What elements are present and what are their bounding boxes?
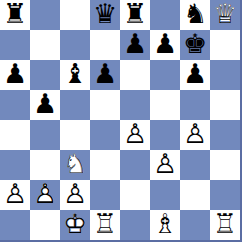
white-queen: ♛♕ [210, 0, 240, 30]
piece-glyph: ♞ [180, 0, 210, 29]
square-b7[interactable] [30, 30, 60, 60]
square-c8[interactable] [60, 0, 90, 30]
square-c7[interactable] [60, 30, 90, 60]
square-b3[interactable] [30, 150, 60, 180]
white-pawn: ♟♙ [60, 180, 90, 210]
piece-outline-layer: ♔ [60, 209, 90, 239]
square-e4[interactable]: ♟♙ [120, 120, 150, 150]
piece-outline-layer: ♗ [150, 209, 180, 239]
square-b5[interactable]: ♟ [30, 90, 60, 120]
square-g7[interactable]: ♚ [180, 30, 210, 60]
piece-glyph: ♜ [0, 0, 30, 29]
square-d2[interactable] [90, 180, 120, 210]
square-f2[interactable] [150, 180, 180, 210]
white-rook: ♜♖ [90, 210, 120, 240]
black-pawn: ♟ [0, 60, 30, 90]
square-a2[interactable]: ♟♙ [0, 180, 30, 210]
square-e1[interactable] [120, 210, 150, 240]
black-bishop: ♝ [60, 60, 90, 90]
square-f5[interactable] [150, 90, 180, 120]
square-e5[interactable] [120, 90, 150, 120]
square-f8[interactable] [150, 0, 180, 30]
piece-outline-layer: ♙ [30, 179, 60, 209]
white-bishop: ♝♗ [150, 210, 180, 240]
square-c2[interactable]: ♟♙ [60, 180, 90, 210]
square-g5[interactable] [180, 90, 210, 120]
square-f1[interactable]: ♝♗ [150, 210, 180, 240]
square-d1[interactable]: ♜♖ [90, 210, 120, 240]
square-g1[interactable] [180, 210, 210, 240]
black-pawn: ♟ [120, 30, 150, 60]
square-d8[interactable]: ♛ [90, 0, 120, 30]
square-b2[interactable]: ♟♙ [30, 180, 60, 210]
piece-glyph: ♜ [120, 0, 150, 29]
white-knight: ♞♘ [60, 150, 90, 180]
square-a8[interactable]: ♜ [0, 0, 30, 30]
square-b6[interactable] [30, 60, 60, 90]
square-g6[interactable]: ♟ [180, 60, 210, 90]
square-f7[interactable]: ♟ [150, 30, 180, 60]
piece-glyph: ♟ [180, 59, 210, 89]
white-pawn: ♟♙ [150, 150, 180, 180]
piece-glyph: ♝ [60, 59, 90, 89]
black-queen: ♛ [90, 0, 120, 30]
square-c4[interactable] [60, 120, 90, 150]
square-c5[interactable] [60, 90, 90, 120]
black-king: ♚ [180, 30, 210, 60]
square-g3[interactable] [180, 150, 210, 180]
square-c1[interactable]: ♚♔ [60, 210, 90, 240]
chess-board: ♜♛♜♞♛♕♟♟♚♟♝♟♟♟♟♙♟♙♞♘♟♙♟♙♟♙♟♙♚♔♜♖♝♗♜♖ [0, 0, 242, 242]
white-pawn: ♟♙ [180, 120, 210, 150]
black-rook: ♜ [120, 0, 150, 30]
square-h5[interactable] [210, 90, 240, 120]
square-e8[interactable]: ♜ [120, 0, 150, 30]
square-h3[interactable] [210, 150, 240, 180]
piece-outline-layer: ♙ [0, 179, 30, 209]
piece-outline-layer: ♘ [60, 149, 90, 179]
square-e6[interactable] [120, 60, 150, 90]
piece-outline-layer: ♖ [210, 209, 240, 239]
square-h4[interactable] [210, 120, 240, 150]
square-a3[interactable] [0, 150, 30, 180]
piece-outline-layer: ♙ [180, 119, 210, 149]
square-b8[interactable] [30, 0, 60, 30]
white-pawn: ♟♙ [30, 180, 60, 210]
square-h1[interactable]: ♜♖ [210, 210, 240, 240]
square-e7[interactable]: ♟ [120, 30, 150, 60]
square-d5[interactable] [90, 90, 120, 120]
piece-glyph: ♛ [90, 0, 120, 29]
piece-outline-layer: ♙ [150, 149, 180, 179]
black-pawn: ♟ [30, 90, 60, 120]
square-a7[interactable] [0, 30, 30, 60]
piece-glyph: ♚ [180, 29, 210, 59]
black-pawn: ♟ [90, 60, 120, 90]
square-h7[interactable] [210, 30, 240, 60]
square-c3[interactable]: ♞♘ [60, 150, 90, 180]
square-g2[interactable] [180, 180, 210, 210]
square-f4[interactable] [150, 120, 180, 150]
white-pawn: ♟♙ [120, 120, 150, 150]
piece-glyph: ♟ [30, 89, 60, 119]
square-f3[interactable]: ♟♙ [150, 150, 180, 180]
black-rook: ♜ [0, 0, 30, 30]
square-d3[interactable] [90, 150, 120, 180]
black-knight: ♞ [180, 0, 210, 30]
square-h2[interactable] [210, 180, 240, 210]
square-f6[interactable] [150, 60, 180, 90]
piece-glyph: ♟ [0, 59, 30, 89]
square-d4[interactable] [90, 120, 120, 150]
black-pawn: ♟ [150, 30, 180, 60]
white-rook: ♜♖ [210, 210, 240, 240]
white-king: ♚♔ [60, 210, 90, 240]
square-e3[interactable] [120, 150, 150, 180]
square-a5[interactable] [0, 90, 30, 120]
square-d6[interactable]: ♟ [90, 60, 120, 90]
square-g4[interactable]: ♟♙ [180, 120, 210, 150]
white-pawn: ♟♙ [0, 180, 30, 210]
square-a6[interactable]: ♟ [0, 60, 30, 90]
square-a1[interactable] [0, 210, 30, 240]
square-b4[interactable] [30, 120, 60, 150]
square-h6[interactable] [210, 60, 240, 90]
square-d7[interactable] [90, 30, 120, 60]
piece-glyph: ♟ [120, 29, 150, 59]
square-g8[interactable]: ♞ [180, 0, 210, 30]
piece-outline-layer: ♖ [90, 209, 120, 239]
piece-outline-layer: ♙ [120, 119, 150, 149]
black-pawn: ♟ [180, 60, 210, 90]
piece-glyph: ♟ [90, 59, 120, 89]
piece-outline-layer: ♕ [210, 0, 240, 29]
square-h8[interactable]: ♛♕ [210, 0, 240, 30]
piece-glyph: ♟ [150, 29, 180, 59]
square-a4[interactable] [0, 120, 30, 150]
square-b1[interactable] [30, 210, 60, 240]
square-e2[interactable] [120, 180, 150, 210]
piece-outline-layer: ♙ [60, 179, 90, 209]
square-c6[interactable]: ♝ [60, 60, 90, 90]
